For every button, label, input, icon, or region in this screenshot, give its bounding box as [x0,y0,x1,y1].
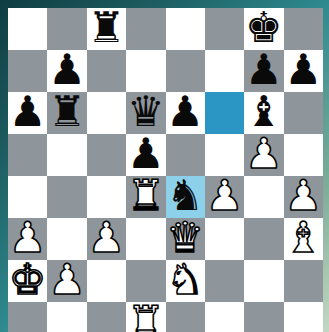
square-c5[interactable] [87,134,126,176]
white-pawn-icon[interactable]: ♟ [88,217,126,259]
square-a5[interactable] [8,134,47,176]
square-g2[interactable] [244,260,283,302]
square-f3[interactable] [205,218,244,260]
black-pawn-icon[interactable]: ♟ [245,49,283,91]
square-e6[interactable]: ♟ [166,92,205,134]
square-f1[interactable] [205,302,244,332]
square-f6[interactable] [205,92,244,134]
square-f2[interactable] [205,260,244,302]
chess-app-window: ♜♚♟♟♟♟♜♛♟♝♟♟♜♞♟♟♟♟♛♝♚♟♞♜ [0,0,329,332]
white-knight-icon[interactable]: ♞ [166,259,204,301]
square-e2[interactable]: ♞ [166,260,205,302]
square-e5[interactable] [166,134,205,176]
black-king-icon[interactable]: ♚ [245,7,283,49]
square-g8[interactable]: ♚ [244,8,283,50]
black-pawn-icon[interactable]: ♟ [166,91,204,133]
black-knight-icon[interactable]: ♞ [166,175,204,217]
square-b8[interactable] [47,8,86,50]
black-pawn-icon[interactable]: ♟ [127,133,165,175]
square-a6[interactable]: ♟ [8,92,47,134]
square-h6[interactable] [284,92,323,134]
square-h7[interactable]: ♟ [284,50,323,92]
chess-board: ♜♚♟♟♟♟♜♛♟♝♟♟♜♞♟♟♟♟♛♝♚♟♞♜ [8,8,323,323]
white-pawn-icon[interactable]: ♟ [206,175,244,217]
square-f7[interactable] [205,50,244,92]
square-c8[interactable]: ♜ [87,8,126,50]
white-king-icon[interactable]: ♚ [9,259,47,301]
square-g5[interactable]: ♟ [244,134,283,176]
square-a3[interactable]: ♟ [8,218,47,260]
square-f5[interactable] [205,134,244,176]
square-e4[interactable]: ♞ [166,176,205,218]
square-b6[interactable]: ♜ [47,92,86,134]
square-g7[interactable]: ♟ [244,50,283,92]
square-d8[interactable] [126,8,165,50]
square-g4[interactable] [244,176,283,218]
square-g3[interactable] [244,218,283,260]
square-e7[interactable] [166,50,205,92]
square-a4[interactable] [8,176,47,218]
black-pawn-icon[interactable]: ♟ [9,91,47,133]
black-rook-icon[interactable]: ♜ [48,91,86,133]
black-queen-icon[interactable]: ♛ [127,91,165,133]
black-rook-icon[interactable]: ♜ [88,7,126,49]
square-b3[interactable] [47,218,86,260]
square-h3[interactable]: ♝ [284,218,323,260]
white-pawn-icon[interactable]: ♟ [284,175,322,217]
white-pawn-icon[interactable]: ♟ [9,217,47,259]
square-b7[interactable]: ♟ [47,50,86,92]
square-h8[interactable] [284,8,323,50]
square-c6[interactable] [87,92,126,134]
square-d1[interactable]: ♜ [126,302,165,332]
square-b5[interactable] [47,134,86,176]
square-d6[interactable]: ♛ [126,92,165,134]
square-d2[interactable] [126,260,165,302]
square-a7[interactable] [8,50,47,92]
square-h4[interactable]: ♟ [284,176,323,218]
square-e8[interactable] [166,8,205,50]
white-rook-icon[interactable]: ♜ [127,175,165,217]
square-c2[interactable] [87,260,126,302]
square-b1[interactable] [47,302,86,332]
square-d3[interactable] [126,218,165,260]
square-d5[interactable]: ♟ [126,134,165,176]
square-b4[interactable] [47,176,86,218]
white-pawn-icon[interactable]: ♟ [245,133,283,175]
square-h1[interactable] [284,302,323,332]
square-g6[interactable]: ♝ [244,92,283,134]
square-d4[interactable]: ♜ [126,176,165,218]
white-queen-icon[interactable]: ♛ [166,217,204,259]
square-f4[interactable]: ♟ [205,176,244,218]
square-b2[interactable]: ♟ [47,260,86,302]
square-e3[interactable]: ♛ [166,218,205,260]
square-a2[interactable]: ♚ [8,260,47,302]
black-pawn-icon[interactable]: ♟ [48,49,86,91]
square-h2[interactable] [284,260,323,302]
square-h5[interactable] [284,134,323,176]
square-c3[interactable]: ♟ [87,218,126,260]
white-bishop-icon[interactable]: ♝ [284,217,322,259]
black-bishop-icon[interactable]: ♝ [245,91,283,133]
square-c4[interactable] [87,176,126,218]
square-c7[interactable] [87,50,126,92]
black-pawn-icon[interactable]: ♟ [284,49,322,91]
square-e1[interactable] [166,302,205,332]
white-rook-icon[interactable]: ♜ [127,301,165,332]
square-c1[interactable] [87,302,126,332]
white-pawn-icon[interactable]: ♟ [48,259,86,301]
square-d7[interactable] [126,50,165,92]
square-g1[interactable] [244,302,283,332]
square-f8[interactable] [205,8,244,50]
square-a1[interactable] [8,302,47,332]
square-a8[interactable] [8,8,47,50]
